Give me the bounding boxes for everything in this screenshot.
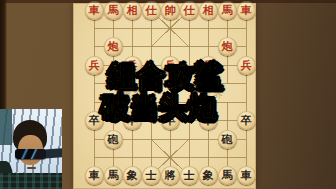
piece-red-horse[interactable]: 馬 (104, 1, 123, 20)
piece-red-advisor[interactable]: 仕 (142, 1, 161, 20)
piece-red-general[interactable]: 帥 (161, 1, 180, 20)
video-frame: 楚河 漢界 車馬相仕帥仕相馬車炮炮兵兵兵兵兵卒卒卒卒卒砲砲車馬象士將士象馬車 组… (0, 0, 336, 189)
piece-red-chariot[interactable]: 車 (237, 1, 256, 20)
piece-red-chariot[interactable]: 車 (85, 1, 104, 20)
window-frame-corner (0, 109, 12, 145)
streamer-mouth (27, 167, 36, 169)
piece-black-soldier[interactable]: 卒 (237, 111, 256, 130)
webcam-overlay (0, 109, 62, 189)
piece-red-elephant[interactable]: 相 (123, 1, 142, 20)
piece-red-elephant[interactable]: 相 (199, 1, 218, 20)
caption-title-line1: 组合攻鲨 (108, 63, 224, 91)
piece-black-general[interactable]: 將 (161, 166, 180, 185)
piece-red-soldier[interactable]: 兵 (237, 56, 256, 75)
piece-black-horse[interactable]: 馬 (218, 166, 237, 185)
piece-red-cannon[interactable]: 炮 (218, 37, 237, 56)
piece-black-chariot[interactable]: 車 (237, 166, 256, 185)
piece-black-advisor[interactable]: 士 (180, 166, 199, 185)
streamer-torso (0, 173, 62, 189)
sunglasses (15, 149, 46, 159)
piece-red-soldier[interactable]: 兵 (85, 56, 104, 75)
top-edge-vignette (0, 0, 336, 3)
piece-black-advisor[interactable]: 士 (142, 166, 161, 185)
left-edge-shadow (0, 0, 7, 110)
piece-black-elephant[interactable]: 象 (199, 166, 218, 185)
piece-black-cannon[interactable]: 砲 (104, 130, 123, 149)
piece-black-elephant[interactable]: 象 (123, 166, 142, 185)
caption-title-line2: 破当头炮 (101, 94, 217, 122)
piece-black-chariot[interactable]: 車 (85, 166, 104, 185)
piece-black-cannon[interactable]: 砲 (218, 130, 237, 149)
piece-black-horse[interactable]: 馬 (104, 166, 123, 185)
piece-red-horse[interactable]: 馬 (218, 1, 237, 20)
piece-red-advisor[interactable]: 仕 (180, 1, 199, 20)
piece-red-cannon[interactable]: 炮 (104, 37, 123, 56)
